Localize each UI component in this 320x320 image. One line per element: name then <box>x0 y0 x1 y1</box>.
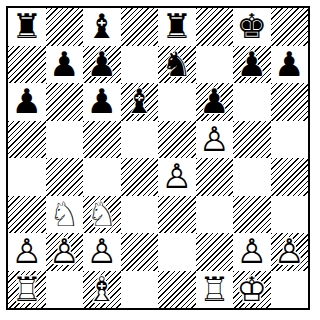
square-g6 <box>233 83 271 121</box>
black-pawn-c6: ♟ <box>83 83 121 121</box>
square-g7: ♟ <box>233 46 271 84</box>
square-a3 <box>8 196 46 234</box>
black-pawn-b7: ♟ <box>46 46 84 84</box>
square-b1 <box>46 271 84 309</box>
square-a5 <box>8 121 46 159</box>
square-b7: ♟ <box>46 46 84 84</box>
square-e4: ♟♙ <box>158 158 196 196</box>
white-pawn-g2: ♙ <box>233 233 271 271</box>
white-piece-silhouette: ♝ <box>83 271 121 309</box>
square-a2: ♟♙ <box>8 233 46 271</box>
white-pawn-b2: ♙ <box>46 233 84 271</box>
square-h3 <box>271 196 309 234</box>
chess-board-frame: ♜♝♜♚♟♟♞♟♟♟♟♝♟♟♙♟♙♞♘♞♘♟♙♟♙♟♙♟♙♟♙♜♖♝♗♜♖♚♔ <box>6 6 310 310</box>
square-e7: ♞ <box>158 46 196 84</box>
square-g8: ♚ <box>233 8 271 46</box>
white-pawn-a2: ♙ <box>8 233 46 271</box>
black-pawn-c7: ♟ <box>83 46 121 84</box>
square-b6 <box>46 83 84 121</box>
square-c4 <box>83 158 121 196</box>
square-c8: ♝ <box>83 8 121 46</box>
square-e2 <box>158 233 196 271</box>
white-piece-silhouette: ♟ <box>8 233 46 271</box>
black-pawn-g7: ♟ <box>233 46 271 84</box>
white-piece-silhouette: ♞ <box>83 196 121 234</box>
square-f6: ♟ <box>196 83 234 121</box>
square-d8 <box>121 8 159 46</box>
chess-board: ♜♝♜♚♟♟♞♟♟♟♟♝♟♟♙♟♙♞♘♞♘♟♙♟♙♟♙♟♙♟♙♜♖♝♗♜♖♚♔ <box>8 8 308 308</box>
square-e6 <box>158 83 196 121</box>
square-f2 <box>196 233 234 271</box>
black-pawn-a6: ♟ <box>8 83 46 121</box>
square-h1 <box>271 271 309 309</box>
white-knight-b3: ♘ <box>46 196 84 234</box>
diagram-page: ♜♝♜♚♟♟♞♟♟♟♟♝♟♟♙♟♙♞♘♞♘♟♙♟♙♟♙♟♙♟♙♜♖♝♗♜♖♚♔ <box>0 0 320 320</box>
white-knight-c3: ♘ <box>83 196 121 234</box>
square-a1: ♜♖ <box>8 271 46 309</box>
square-d3 <box>121 196 159 234</box>
square-h5 <box>271 121 309 159</box>
square-d6: ♝ <box>121 83 159 121</box>
square-d7 <box>121 46 159 84</box>
square-d4 <box>121 158 159 196</box>
square-g3 <box>233 196 271 234</box>
square-f5: ♟♙ <box>196 121 234 159</box>
white-pawn-c2: ♙ <box>83 233 121 271</box>
white-piece-silhouette: ♟ <box>233 233 271 271</box>
square-f1: ♜♖ <box>196 271 234 309</box>
white-piece-silhouette: ♟ <box>158 158 196 196</box>
square-d5 <box>121 121 159 159</box>
square-e5 <box>158 121 196 159</box>
square-f3 <box>196 196 234 234</box>
square-c6: ♟ <box>83 83 121 121</box>
square-c7: ♟ <box>83 46 121 84</box>
square-g1: ♚♔ <box>233 271 271 309</box>
square-h2: ♟♙ <box>271 233 309 271</box>
square-f4 <box>196 158 234 196</box>
black-bishop-d6: ♝ <box>121 83 159 121</box>
square-b2: ♟♙ <box>46 233 84 271</box>
white-king-g1: ♔ <box>233 271 271 309</box>
square-e3 <box>158 196 196 234</box>
black-pawn-f6: ♟ <box>196 83 234 121</box>
square-e1 <box>158 271 196 309</box>
square-c3: ♞♘ <box>83 196 121 234</box>
square-c5 <box>83 121 121 159</box>
square-e8: ♜ <box>158 8 196 46</box>
white-bishop-c1: ♗ <box>83 271 121 309</box>
square-g2: ♟♙ <box>233 233 271 271</box>
black-bishop-c8: ♝ <box>83 8 121 46</box>
white-piece-silhouette: ♜ <box>196 271 234 309</box>
white-rook-f1: ♖ <box>196 271 234 309</box>
square-c1: ♝♗ <box>83 271 121 309</box>
white-rook-a1: ♖ <box>8 271 46 309</box>
square-f7 <box>196 46 234 84</box>
white-piece-silhouette: ♟ <box>46 233 84 271</box>
square-a6: ♟ <box>8 83 46 121</box>
white-pawn-e4: ♙ <box>158 158 196 196</box>
white-piece-silhouette: ♟ <box>271 233 309 271</box>
square-b4 <box>46 158 84 196</box>
white-piece-silhouette: ♟ <box>196 121 234 159</box>
black-knight-e7: ♞ <box>158 46 196 84</box>
white-pawn-f5: ♙ <box>196 121 234 159</box>
white-pawn-h2: ♙ <box>271 233 309 271</box>
square-b3: ♞♘ <box>46 196 84 234</box>
black-rook-e8: ♜ <box>158 8 196 46</box>
white-piece-silhouette: ♞ <box>46 196 84 234</box>
square-a7 <box>8 46 46 84</box>
square-g4 <box>233 158 271 196</box>
square-h8 <box>271 8 309 46</box>
square-b8 <box>46 8 84 46</box>
black-rook-a8: ♜ <box>8 8 46 46</box>
square-h4 <box>271 158 309 196</box>
black-king-g8: ♚ <box>233 8 271 46</box>
white-piece-silhouette: ♟ <box>83 233 121 271</box>
white-piece-silhouette: ♚ <box>233 271 271 309</box>
white-piece-silhouette: ♜ <box>8 271 46 309</box>
square-h7: ♟ <box>271 46 309 84</box>
square-h6 <box>271 83 309 121</box>
square-d1 <box>121 271 159 309</box>
square-c2: ♟♙ <box>83 233 121 271</box>
square-d2 <box>121 233 159 271</box>
square-f8 <box>196 8 234 46</box>
square-a4 <box>8 158 46 196</box>
square-g5 <box>233 121 271 159</box>
black-pawn-h7: ♟ <box>271 46 309 84</box>
square-a8: ♜ <box>8 8 46 46</box>
square-b5 <box>46 121 84 159</box>
